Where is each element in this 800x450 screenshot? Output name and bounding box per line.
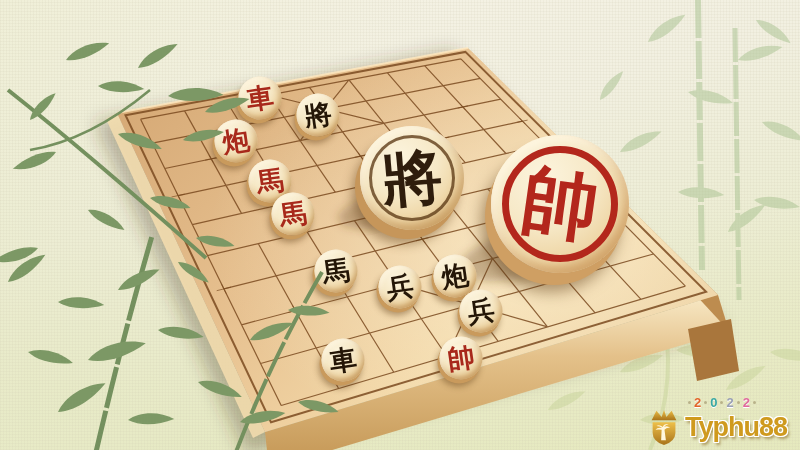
dot-icon — [737, 401, 740, 404]
year-digit: 2 — [743, 395, 750, 410]
typhu88-logo-icon — [644, 408, 684, 446]
dot-icon — [720, 401, 723, 404]
year-digit: 2 — [726, 395, 733, 410]
bamboo-decoration-front — [0, 0, 800, 450]
dot-icon — [704, 401, 707, 404]
watermark-typhu88: 2022 Typhu88 — [644, 395, 794, 446]
year-digit: 0 — [710, 395, 717, 410]
dot-icon — [688, 401, 691, 404]
watermark-brand-text: Typhu88 — [685, 412, 787, 443]
scene: 車炮馬馬將馬兵炮兵車帥將帥 — [0, 0, 800, 450]
bamboo-top-left — [0, 40, 251, 265]
year-digit: 2 — [694, 395, 701, 410]
bamboo-bottom-left — [4, 236, 340, 450]
dot-icon — [753, 401, 756, 404]
